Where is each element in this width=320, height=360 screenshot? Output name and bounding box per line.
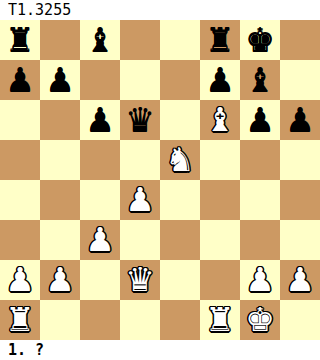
black-pawn: ♟ bbox=[45, 60, 75, 100]
square-d1[interactable] bbox=[120, 300, 160, 340]
square-f4[interactable] bbox=[200, 180, 240, 220]
black-pawn: ♟ bbox=[205, 60, 235, 100]
square-g8[interactable]: ♚ bbox=[240, 20, 280, 60]
square-g6[interactable]: ♟ bbox=[240, 100, 280, 140]
square-f5[interactable] bbox=[200, 140, 240, 180]
square-e8[interactable] bbox=[160, 20, 200, 60]
square-f2[interactable] bbox=[200, 260, 240, 300]
square-g1[interactable]: ♚ bbox=[240, 300, 280, 340]
square-g2[interactable]: ♟ bbox=[240, 260, 280, 300]
square-b2[interactable]: ♟ bbox=[40, 260, 80, 300]
square-b5[interactable] bbox=[40, 140, 80, 180]
square-a1[interactable]: ♜ bbox=[0, 300, 40, 340]
white-pawn: ♟ bbox=[5, 260, 35, 300]
white-pawn: ♟ bbox=[125, 180, 155, 220]
white-rook: ♜ bbox=[5, 300, 35, 340]
square-b4[interactable] bbox=[40, 180, 80, 220]
square-h7[interactable] bbox=[280, 60, 320, 100]
puzzle-id: T1.3255 bbox=[0, 0, 320, 20]
square-f8[interactable]: ♜ bbox=[200, 20, 240, 60]
square-d3[interactable] bbox=[120, 220, 160, 260]
square-c6[interactable]: ♟ bbox=[80, 100, 120, 140]
white-queen: ♛ bbox=[125, 260, 155, 300]
black-bishop: ♝ bbox=[85, 20, 115, 60]
square-a6[interactable] bbox=[0, 100, 40, 140]
square-b3[interactable] bbox=[40, 220, 80, 260]
square-h1[interactable] bbox=[280, 300, 320, 340]
square-e6[interactable] bbox=[160, 100, 200, 140]
square-b8[interactable] bbox=[40, 20, 80, 60]
square-h2[interactable]: ♟ bbox=[280, 260, 320, 300]
square-d8[interactable] bbox=[120, 20, 160, 60]
square-f7[interactable]: ♟ bbox=[200, 60, 240, 100]
square-e5[interactable]: ♞ bbox=[160, 140, 200, 180]
black-rook: ♜ bbox=[205, 20, 235, 60]
square-c1[interactable] bbox=[80, 300, 120, 340]
square-e7[interactable] bbox=[160, 60, 200, 100]
square-a7[interactable]: ♟ bbox=[0, 60, 40, 100]
square-d6[interactable]: ♛ bbox=[120, 100, 160, 140]
square-g4[interactable] bbox=[240, 180, 280, 220]
square-a4[interactable] bbox=[0, 180, 40, 220]
black-pawn: ♟ bbox=[5, 60, 35, 100]
square-g5[interactable] bbox=[240, 140, 280, 180]
chess-puzzle-window: T1.3255 ♜♝♜♚♟♟♟♝♟♛♝♟♟♞♟♟♟♟♛♟♟♜♜♚ 1. ? bbox=[0, 0, 320, 360]
square-b6[interactable] bbox=[40, 100, 80, 140]
square-f1[interactable]: ♜ bbox=[200, 300, 240, 340]
white-rook: ♜ bbox=[205, 300, 235, 340]
chess-board: ♜♝♜♚♟♟♟♝♟♛♝♟♟♞♟♟♟♟♛♟♟♜♜♚ bbox=[0, 20, 320, 340]
square-e3[interactable] bbox=[160, 220, 200, 260]
square-e4[interactable] bbox=[160, 180, 200, 220]
square-c3[interactable]: ♟ bbox=[80, 220, 120, 260]
square-b7[interactable]: ♟ bbox=[40, 60, 80, 100]
square-e1[interactable] bbox=[160, 300, 200, 340]
square-a8[interactable]: ♜ bbox=[0, 20, 40, 60]
square-e2[interactable] bbox=[160, 260, 200, 300]
square-f6[interactable]: ♝ bbox=[200, 100, 240, 140]
square-d7[interactable] bbox=[120, 60, 160, 100]
square-h5[interactable] bbox=[280, 140, 320, 180]
square-d2[interactable]: ♛ bbox=[120, 260, 160, 300]
square-d4[interactable]: ♟ bbox=[120, 180, 160, 220]
square-a5[interactable] bbox=[0, 140, 40, 180]
square-c4[interactable] bbox=[80, 180, 120, 220]
move-prompt: 1. ? bbox=[0, 340, 320, 360]
square-h6[interactable]: ♟ bbox=[280, 100, 320, 140]
square-h3[interactable] bbox=[280, 220, 320, 260]
white-king: ♚ bbox=[245, 300, 275, 340]
square-b1[interactable] bbox=[40, 300, 80, 340]
white-pawn: ♟ bbox=[85, 220, 115, 260]
square-c5[interactable] bbox=[80, 140, 120, 180]
square-f3[interactable] bbox=[200, 220, 240, 260]
square-c8[interactable]: ♝ bbox=[80, 20, 120, 60]
square-c2[interactable] bbox=[80, 260, 120, 300]
black-pawn: ♟ bbox=[85, 100, 115, 140]
white-pawn: ♟ bbox=[285, 260, 315, 300]
white-bishop: ♝ bbox=[205, 100, 235, 140]
square-d5[interactable] bbox=[120, 140, 160, 180]
black-bishop: ♝ bbox=[245, 60, 275, 100]
white-pawn: ♟ bbox=[45, 260, 75, 300]
square-g3[interactable] bbox=[240, 220, 280, 260]
white-pawn: ♟ bbox=[245, 260, 275, 300]
black-pawn: ♟ bbox=[245, 100, 275, 140]
square-a2[interactable]: ♟ bbox=[0, 260, 40, 300]
square-h4[interactable] bbox=[280, 180, 320, 220]
black-king: ♚ bbox=[245, 20, 275, 60]
square-a3[interactable] bbox=[0, 220, 40, 260]
square-c7[interactable] bbox=[80, 60, 120, 100]
square-h8[interactable] bbox=[280, 20, 320, 60]
square-g7[interactable]: ♝ bbox=[240, 60, 280, 100]
black-pawn: ♟ bbox=[285, 100, 315, 140]
black-queen: ♛ bbox=[125, 100, 155, 140]
white-knight: ♞ bbox=[165, 140, 195, 180]
black-rook: ♜ bbox=[5, 20, 35, 60]
